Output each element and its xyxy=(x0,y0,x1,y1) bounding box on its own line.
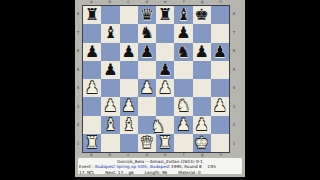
rank-label-left-2: 2 xyxy=(75,116,81,135)
piece-black-bishop-b7: ♝ xyxy=(103,25,117,41)
video-frame: ♜♛♜♝♚♝♞♟♟♟♟♞♟♟♟♟♟♟♟♟♟♞♟♝♝♟♟♜♛♜♚♞ Gorcsik… xyxy=(0,0,320,180)
square-f5[interactable] xyxy=(174,61,192,79)
square-c5[interactable] xyxy=(120,61,138,79)
square-h8[interactable] xyxy=(211,6,229,24)
file-label-top-e: e xyxy=(156,0,175,4)
square-g4[interactable] xyxy=(193,79,211,97)
square-h4[interactable] xyxy=(211,79,229,97)
status-item-3: Material: 0 xyxy=(178,170,200,175)
square-b8[interactable] xyxy=(101,6,119,24)
square-e7[interactable] xyxy=(156,24,174,42)
square-a2[interactable] xyxy=(83,116,101,134)
square-b5[interactable]: ♟ xyxy=(101,61,119,79)
file-label-bottom-f: f xyxy=(175,153,194,157)
square-a4[interactable]: ♟ xyxy=(83,79,101,97)
square-d7[interactable]: ♞ xyxy=(138,24,156,42)
square-d5[interactable] xyxy=(138,61,156,79)
file-label-bottom-b: b xyxy=(101,153,120,157)
piece-black-pawn-a6: ♟ xyxy=(85,44,99,60)
event-link[interactable]: Budapest Spring op 50th, Budapest xyxy=(95,164,170,169)
piece-white-pawn-c3: ♟ xyxy=(121,98,135,114)
file-label-top-c: c xyxy=(119,0,138,4)
piece-white-rook-e1: ♜ xyxy=(158,135,172,151)
square-b3[interactable]: ♟ xyxy=(101,97,119,115)
square-e5[interactable]: ♟ xyxy=(156,61,174,79)
square-h3[interactable]: ♟ xyxy=(211,97,229,115)
square-g5[interactable] xyxy=(193,61,211,79)
event-rest: 1995, Round 8 xyxy=(170,164,202,169)
file-label-bottom-d: d xyxy=(138,153,157,157)
file-label-bottom-g: g xyxy=(193,153,212,157)
square-b6[interactable] xyxy=(101,43,119,61)
square-d4[interactable]: ♟ xyxy=(138,79,156,97)
square-a3[interactable] xyxy=(83,97,101,115)
square-e1[interactable]: ♜ xyxy=(156,134,174,152)
piece-white-bishop-c2: ♝ xyxy=(121,117,135,133)
rank-label-left-8: 8 xyxy=(75,5,81,24)
file-label-top-h: h xyxy=(212,0,231,4)
piece-white-pawn-e4: ♟ xyxy=(158,80,172,96)
piece-white-pawn-g2: ♟ xyxy=(194,117,208,133)
square-d8[interactable]: ♛ xyxy=(138,6,156,24)
square-a5[interactable] xyxy=(83,61,101,79)
square-f1[interactable] xyxy=(174,134,192,152)
square-d6[interactable]: ♟ xyxy=(138,43,156,61)
square-g1[interactable]: ♚ xyxy=(193,134,211,152)
piece-black-knight-f6: ♞ xyxy=(176,44,190,60)
square-g2[interactable]: ♟ xyxy=(193,116,211,134)
square-g3[interactable] xyxy=(193,97,211,115)
square-e3[interactable] xyxy=(156,97,174,115)
square-a7[interactable] xyxy=(83,24,101,42)
piece-white-pawn-f2: ♟ xyxy=(176,117,190,133)
square-g8[interactable]: ♚ xyxy=(193,6,211,24)
status-item-1: Next: 17... g6 xyxy=(105,170,133,175)
square-a8[interactable]: ♜ xyxy=(83,6,101,24)
piece-black-pawn-h6: ♟ xyxy=(213,44,227,60)
square-c2[interactable]: ♝ xyxy=(120,116,138,134)
square-g7[interactable] xyxy=(193,24,211,42)
piece-white-pawn-d4: ♟ xyxy=(140,80,154,96)
square-f7[interactable]: ♟ xyxy=(174,24,192,42)
square-h5[interactable] xyxy=(211,61,229,79)
square-h2[interactable] xyxy=(211,116,229,134)
piece-black-pawn-e5: ♟ xyxy=(158,62,172,78)
file-label-bottom-a: a xyxy=(82,153,101,157)
piece-white-rook-a1: ♜ xyxy=(85,135,99,151)
square-e6[interactable] xyxy=(156,43,174,61)
piece-black-pawn-b5: ♟ xyxy=(103,62,117,78)
file-label-top-f: f xyxy=(175,0,194,4)
status-item-2: Length: 96 xyxy=(145,170,168,175)
piece-black-rook-e8: ♜ xyxy=(158,7,172,23)
piece-black-queen-d8: ♛ xyxy=(140,7,154,23)
square-c1[interactable] xyxy=(120,134,138,152)
square-h7[interactable] xyxy=(211,24,229,42)
status-line: 17. Nf1Next: 17... g6Length: 96Material:… xyxy=(78,170,242,175)
square-f2[interactable]: ♟ xyxy=(174,116,192,134)
file-label-bottom-e: e xyxy=(156,153,175,157)
square-g6[interactable]: ♟ xyxy=(193,43,211,61)
square-f3[interactable]: ♞ xyxy=(174,97,192,115)
square-e4[interactable]: ♟ xyxy=(156,79,174,97)
square-c7[interactable] xyxy=(120,24,138,42)
square-b4[interactable] xyxy=(101,79,119,97)
square-d3[interactable] xyxy=(138,97,156,115)
rank-label-left-7: 7 xyxy=(75,24,81,43)
square-d1[interactable]: ♛ xyxy=(138,134,156,152)
square-c4[interactable] xyxy=(120,79,138,97)
square-h1[interactable] xyxy=(211,134,229,152)
piece-white-pawn-a4: ♟ xyxy=(85,80,99,96)
rank-label-right-6: 6 xyxy=(231,42,237,61)
piece-black-king-g8: ♚ xyxy=(194,7,208,23)
rank-label-right-3: 3 xyxy=(231,98,237,117)
rank-label-right-1: 1 xyxy=(231,135,237,154)
piece-black-knight-d7: ♞ xyxy=(140,25,154,41)
rank-label-right-5: 5 xyxy=(231,61,237,80)
eco-code: C95 xyxy=(208,164,216,169)
square-f8[interactable]: ♝ xyxy=(174,6,192,24)
piece-white-king-g1: ♚ xyxy=(194,135,208,151)
file-label-bottom-c: c xyxy=(119,153,138,157)
square-b2[interactable]: ♝ xyxy=(101,116,119,134)
event-label: Event : xyxy=(79,164,95,169)
game-caption: Gorcsik_Bela -- Almasi_Zoltan (2615) 0-1… xyxy=(78,158,242,174)
piece-white-pawn-b3: ♟ xyxy=(103,98,117,114)
piece-black-pawn-g6: ♟ xyxy=(194,44,208,60)
piece-black-rook-a8: ♜ xyxy=(85,7,99,23)
file-label-bottom-h: h xyxy=(212,153,231,157)
square-a6[interactable]: ♟ xyxy=(83,43,101,61)
file-label-top-a: a xyxy=(82,0,101,4)
square-c3[interactable]: ♟ xyxy=(120,97,138,115)
square-f4[interactable] xyxy=(174,79,192,97)
square-c6[interactable]: ♟ xyxy=(120,43,138,61)
animating-piece-overlay: ♞ xyxy=(149,118,167,136)
piece-white-pawn-h3: ♟ xyxy=(213,98,227,114)
square-b1[interactable] xyxy=(101,134,119,152)
square-f6[interactable]: ♞ xyxy=(174,43,192,61)
square-a1[interactable]: ♜ xyxy=(83,134,101,152)
rank-label-left-3: 3 xyxy=(75,98,81,117)
rank-label-left-1: 1 xyxy=(75,135,81,154)
piece-black-bishop-f8: ♝ xyxy=(176,7,190,23)
chess-board: ♜♛♜♝♚♝♞♟♟♟♟♞♟♟♟♟♟♟♟♟♟♞♟♝♝♟♟♜♛♜♚♞ xyxy=(82,5,230,153)
status-item-0: 17. Nf1 xyxy=(79,170,94,175)
piece-black-pawn-c6: ♟ xyxy=(121,44,135,60)
bottom-letterbox-edge xyxy=(75,177,245,180)
piece-white-bishop-b2: ♝ xyxy=(103,117,117,133)
square-h6[interactable]: ♟ xyxy=(211,43,229,61)
square-b7[interactable]: ♝ xyxy=(101,24,119,42)
rank-label-right-2: 2 xyxy=(231,116,237,135)
piece-black-pawn-f7: ♟ xyxy=(176,25,190,41)
file-label-top-d: d xyxy=(138,0,157,4)
piece-white-queen-d1: ♛ xyxy=(140,135,154,151)
rank-label-right-8: 8 xyxy=(231,5,237,24)
square-e8[interactable]: ♜ xyxy=(156,6,174,24)
chess-app-canvas: ♜♛♜♝♚♝♞♟♟♟♟♞♟♟♟♟♟♟♟♟♟♞♟♝♝♟♟♜♛♜♚♞ Gorcsik… xyxy=(75,0,245,180)
rank-label-right-4: 4 xyxy=(231,79,237,98)
rank-label-right-7: 7 xyxy=(231,24,237,43)
rank-label-left-5: 5 xyxy=(75,61,81,80)
file-label-top-g: g xyxy=(193,0,212,4)
piece-white-knight-animating-d2-to-f1: ♞ xyxy=(151,119,165,135)
square-c8[interactable] xyxy=(120,6,138,24)
rank-label-left-4: 4 xyxy=(75,79,81,98)
file-label-top-b: b xyxy=(101,0,120,4)
piece-white-knight-f3: ♞ xyxy=(176,98,190,114)
piece-black-pawn-d6: ♟ xyxy=(140,44,154,60)
rank-label-left-6: 6 xyxy=(75,42,81,61)
